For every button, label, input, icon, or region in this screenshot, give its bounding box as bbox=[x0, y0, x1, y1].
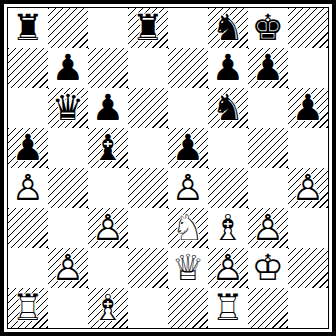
black-pawn-icon: ♟ bbox=[248, 48, 288, 88]
square-e4[interactable]: ♟♙ bbox=[168, 168, 208, 208]
square-h2[interactable] bbox=[288, 248, 328, 288]
square-f4[interactable] bbox=[208, 168, 248, 208]
piece-black-queen: ♛ bbox=[48, 88, 88, 128]
piece-white-rook: ♜♖ bbox=[208, 288, 248, 328]
black-rook-icon: ♜ bbox=[128, 8, 168, 48]
white-pawn-outline-icon: ♙ bbox=[288, 168, 328, 208]
piece-white-pawn: ♟♙ bbox=[88, 208, 128, 248]
white-pawn-outline-icon: ♙ bbox=[248, 208, 288, 248]
piece-black-pawn: ♟ bbox=[288, 88, 328, 128]
square-e2[interactable]: ♛♕ bbox=[168, 248, 208, 288]
piece-black-pawn: ♟ bbox=[248, 48, 288, 88]
square-e7[interactable] bbox=[168, 48, 208, 88]
piece-white-rook: ♜♖ bbox=[8, 288, 48, 328]
square-f8[interactable]: ♞ bbox=[208, 8, 248, 48]
square-g8[interactable]: ♚ bbox=[248, 8, 288, 48]
square-g7[interactable]: ♟ bbox=[248, 48, 288, 88]
white-pawn-outline-icon: ♙ bbox=[88, 208, 128, 248]
square-c1[interactable]: ♝♗ bbox=[88, 288, 128, 328]
white-pawn-outline-icon: ♙ bbox=[8, 168, 48, 208]
square-c3[interactable]: ♟♙ bbox=[88, 208, 128, 248]
piece-white-pawn: ♟♙ bbox=[208, 248, 248, 288]
square-a6[interactable] bbox=[8, 88, 48, 128]
piece-black-knight: ♞ bbox=[208, 88, 248, 128]
square-h7[interactable] bbox=[288, 48, 328, 88]
piece-white-pawn: ♟♙ bbox=[248, 208, 288, 248]
square-c6[interactable]: ♟ bbox=[88, 88, 128, 128]
piece-white-pawn: ♟♙ bbox=[288, 168, 328, 208]
square-e6[interactable] bbox=[168, 88, 208, 128]
square-a1[interactable]: ♜♖ bbox=[8, 288, 48, 328]
square-f7[interactable]: ♟ bbox=[208, 48, 248, 88]
square-d1[interactable] bbox=[128, 288, 168, 328]
square-a8[interactable]: ♜ bbox=[8, 8, 48, 48]
black-rook-icon: ♜ bbox=[8, 8, 48, 48]
square-g3[interactable]: ♟♙ bbox=[248, 208, 288, 248]
piece-white-queen: ♛♕ bbox=[168, 248, 208, 288]
piece-black-king: ♚ bbox=[248, 8, 288, 48]
black-bishop-icon: ♝ bbox=[88, 128, 128, 168]
square-a3[interactable] bbox=[8, 208, 48, 248]
square-g4[interactable] bbox=[248, 168, 288, 208]
square-d5[interactable] bbox=[128, 128, 168, 168]
square-a7[interactable] bbox=[8, 48, 48, 88]
square-a4[interactable]: ♟♙ bbox=[8, 168, 48, 208]
white-bishop-outline-icon: ♗ bbox=[88, 288, 128, 328]
black-pawn-icon: ♟ bbox=[208, 48, 248, 88]
square-c2[interactable] bbox=[88, 248, 128, 288]
black-knight-icon: ♞ bbox=[208, 8, 248, 48]
piece-white-pawn: ♟♙ bbox=[168, 168, 208, 208]
piece-black-rook: ♜ bbox=[128, 8, 168, 48]
square-h4[interactable]: ♟♙ bbox=[288, 168, 328, 208]
square-f2[interactable]: ♟♙ bbox=[208, 248, 248, 288]
piece-black-pawn: ♟ bbox=[88, 88, 128, 128]
square-d7[interactable] bbox=[128, 48, 168, 88]
square-f3[interactable]: ♝♗ bbox=[208, 208, 248, 248]
square-h8[interactable] bbox=[288, 8, 328, 48]
piece-white-knight: ♞♘ bbox=[168, 208, 208, 248]
square-b1[interactable] bbox=[48, 288, 88, 328]
square-h5[interactable] bbox=[288, 128, 328, 168]
piece-black-pawn: ♟ bbox=[208, 48, 248, 88]
piece-black-rook: ♜ bbox=[8, 8, 48, 48]
black-queen-icon: ♛ bbox=[48, 88, 88, 128]
board-border: ♜♜♞♚♟♟♟♛♟♞♟♟♝♟♟♙♟♙♟♙♟♙♞♘♝♗♟♙♟♙♛♕♟♙♚♔♜♖♝♗… bbox=[7, 7, 329, 329]
piece-black-bishop: ♝ bbox=[88, 128, 128, 168]
square-e1[interactable] bbox=[168, 288, 208, 328]
square-f1[interactable]: ♜♖ bbox=[208, 288, 248, 328]
piece-black-pawn: ♟ bbox=[8, 128, 48, 168]
white-pawn-outline-icon: ♙ bbox=[48, 248, 88, 288]
white-knight-outline-icon: ♘ bbox=[168, 208, 208, 248]
square-g1[interactable] bbox=[248, 288, 288, 328]
square-c5[interactable]: ♝ bbox=[88, 128, 128, 168]
piece-white-pawn: ♟♙ bbox=[8, 168, 48, 208]
black-pawn-icon: ♟ bbox=[168, 128, 208, 168]
square-a5[interactable]: ♟ bbox=[8, 128, 48, 168]
square-f6[interactable]: ♞ bbox=[208, 88, 248, 128]
white-rook-outline-icon: ♖ bbox=[208, 288, 248, 328]
square-d3[interactable] bbox=[128, 208, 168, 248]
square-b5[interactable] bbox=[48, 128, 88, 168]
square-e3[interactable]: ♞♘ bbox=[168, 208, 208, 248]
black-knight-icon: ♞ bbox=[208, 88, 248, 128]
square-g2[interactable]: ♚♔ bbox=[248, 248, 288, 288]
white-rook-outline-icon: ♖ bbox=[8, 288, 48, 328]
square-h6[interactable]: ♟ bbox=[288, 88, 328, 128]
piece-white-king: ♚♔ bbox=[248, 248, 288, 288]
square-g6[interactable] bbox=[248, 88, 288, 128]
piece-black-pawn: ♟ bbox=[168, 128, 208, 168]
square-c7[interactable] bbox=[88, 48, 128, 88]
square-h1[interactable] bbox=[288, 288, 328, 328]
square-h3[interactable] bbox=[288, 208, 328, 248]
square-e8[interactable] bbox=[168, 8, 208, 48]
piece-white-bishop: ♝♗ bbox=[88, 288, 128, 328]
square-b6[interactable]: ♛ bbox=[48, 88, 88, 128]
square-b7[interactable]: ♟ bbox=[48, 48, 88, 88]
square-g5[interactable] bbox=[248, 128, 288, 168]
square-d6[interactable] bbox=[128, 88, 168, 128]
square-c4[interactable] bbox=[88, 168, 128, 208]
square-b3[interactable] bbox=[48, 208, 88, 248]
white-pawn-outline-icon: ♙ bbox=[168, 168, 208, 208]
square-d2[interactable] bbox=[128, 248, 168, 288]
black-king-icon: ♚ bbox=[248, 8, 288, 48]
black-pawn-icon: ♟ bbox=[8, 128, 48, 168]
piece-black-knight: ♞ bbox=[208, 8, 248, 48]
square-b8[interactable] bbox=[48, 8, 88, 48]
square-a2[interactable] bbox=[8, 248, 48, 288]
square-c8[interactable] bbox=[88, 8, 128, 48]
white-queen-outline-icon: ♕ bbox=[168, 248, 208, 288]
black-pawn-icon: ♟ bbox=[88, 88, 128, 128]
piece-white-pawn: ♟♙ bbox=[48, 248, 88, 288]
square-d4[interactable] bbox=[128, 168, 168, 208]
square-b4[interactable] bbox=[48, 168, 88, 208]
chess-board: ♜♜♞♚♟♟♟♛♟♞♟♟♝♟♟♙♟♙♟♙♟♙♞♘♝♗♟♙♟♙♛♕♟♙♚♔♜♖♝♗… bbox=[8, 8, 328, 328]
black-pawn-icon: ♟ bbox=[48, 48, 88, 88]
white-king-outline-icon: ♔ bbox=[248, 248, 288, 288]
piece-black-pawn: ♟ bbox=[48, 48, 88, 88]
white-bishop-outline-icon: ♗ bbox=[208, 208, 248, 248]
piece-white-bishop: ♝♗ bbox=[208, 208, 248, 248]
square-d8[interactable]: ♜ bbox=[128, 8, 168, 48]
black-pawn-icon: ♟ bbox=[288, 88, 328, 128]
square-e5[interactable]: ♟ bbox=[168, 128, 208, 168]
diagram-frame: ♜♜♞♚♟♟♟♛♟♞♟♟♝♟♟♙♟♙♟♙♟♙♞♘♝♗♟♙♟♙♛♕♟♙♚♔♜♖♝♗… bbox=[0, 0, 336, 336]
square-b2[interactable]: ♟♙ bbox=[48, 248, 88, 288]
white-pawn-outline-icon: ♙ bbox=[208, 248, 248, 288]
square-f5[interactable] bbox=[208, 128, 248, 168]
